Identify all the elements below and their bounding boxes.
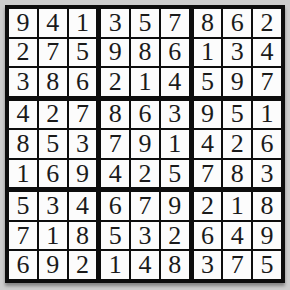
cell-r9c4[interactable]: 1 [101,251,129,279]
cell-r4c8[interactable]: 5 [223,101,251,129]
cell-r1c2[interactable]: 4 [39,9,67,37]
cell-r2c6[interactable]: 6 [161,39,189,67]
cell-r8c3[interactable]: 8 [69,222,97,250]
sudoku-board: 9412753863579862148621345974278531698637… [5,5,285,283]
cell-r7c5[interactable]: 7 [131,192,159,220]
cell-r6c3[interactable]: 9 [69,160,97,188]
cell-r5c2[interactable]: 5 [39,130,67,158]
cell-r5c7[interactable]: 4 [194,130,222,158]
cell-r7c2[interactable]: 3 [39,192,67,220]
cell-r5c1[interactable]: 8 [9,130,37,158]
cell-r5c6[interactable]: 1 [161,130,189,158]
cell-r8c9[interactable]: 9 [253,222,281,250]
cell-r3c1[interactable]: 3 [9,68,37,96]
cell-r6c2[interactable]: 6 [39,160,67,188]
cell-r3c3[interactable]: 6 [69,68,97,96]
cell-r2c3[interactable]: 5 [69,39,97,67]
box-3-3: 218649375 [194,192,281,279]
cell-r8c2[interactable]: 1 [39,222,67,250]
cell-r9c5[interactable]: 4 [131,251,159,279]
cell-r3c5[interactable]: 1 [131,68,159,96]
cell-r9c7[interactable]: 3 [194,251,222,279]
cell-r2c7[interactable]: 1 [194,39,222,67]
cell-r9c2[interactable]: 9 [39,251,67,279]
box-3-2: 679532148 [101,192,188,279]
cell-r8c8[interactable]: 4 [223,222,251,250]
cell-r6c6[interactable]: 5 [161,160,189,188]
cell-r4c3[interactable]: 7 [69,101,97,129]
cell-r8c1[interactable]: 7 [9,222,37,250]
box-1-2: 357986214 [101,9,188,96]
cell-r1c5[interactable]: 5 [131,9,159,37]
box-2-3: 951426783 [194,101,281,188]
box-1-3: 862134597 [194,9,281,96]
cell-r3c8[interactable]: 9 [223,68,251,96]
cell-r8c4[interactable]: 5 [101,222,129,250]
cell-r5c3[interactable]: 3 [69,130,97,158]
cell-r4c9[interactable]: 1 [253,101,281,129]
cell-r5c8[interactable]: 2 [223,130,251,158]
cell-r1c9[interactable]: 2 [253,9,281,37]
cell-r5c4[interactable]: 7 [101,130,129,158]
cell-r4c6[interactable]: 3 [161,101,189,129]
cell-r5c5[interactable]: 9 [131,130,159,158]
cell-r2c9[interactable]: 4 [253,39,281,67]
cell-r6c5[interactable]: 2 [131,160,159,188]
cell-r7c4[interactable]: 6 [101,192,129,220]
cell-r4c4[interactable]: 8 [101,101,129,129]
box-2-1: 427853169 [9,101,96,188]
cell-r1c1[interactable]: 9 [9,9,37,37]
cell-r7c7[interactable]: 2 [194,192,222,220]
cell-r8c5[interactable]: 3 [131,222,159,250]
cell-r4c7[interactable]: 9 [194,101,222,129]
cell-r6c9[interactable]: 3 [253,160,281,188]
cell-r9c9[interactable]: 5 [253,251,281,279]
cell-r7c9[interactable]: 8 [253,192,281,220]
cell-r7c6[interactable]: 9 [161,192,189,220]
cell-r5c9[interactable]: 6 [253,130,281,158]
cell-r2c4[interactable]: 9 [101,39,129,67]
cell-r3c4[interactable]: 2 [101,68,129,96]
cell-r3c9[interactable]: 7 [253,68,281,96]
cell-r8c7[interactable]: 6 [194,222,222,250]
cell-r9c8[interactable]: 7 [223,251,251,279]
cell-r9c1[interactable]: 6 [9,251,37,279]
cell-r6c1[interactable]: 1 [9,160,37,188]
page-background: 9412753863579862148621345974278531698637… [0,0,290,290]
cell-r3c2[interactable]: 8 [39,68,67,96]
cell-r4c1[interactable]: 4 [9,101,37,129]
cell-r2c8[interactable]: 3 [223,39,251,67]
cell-r4c5[interactable]: 6 [131,101,159,129]
cell-r9c6[interactable]: 8 [161,251,189,279]
cell-r3c6[interactable]: 4 [161,68,189,96]
cell-r7c3[interactable]: 4 [69,192,97,220]
cell-r6c8[interactable]: 8 [223,160,251,188]
cell-r3c7[interactable]: 5 [194,68,222,96]
cell-r6c4[interactable]: 4 [101,160,129,188]
cell-r2c5[interactable]: 8 [131,39,159,67]
cell-r8c6[interactable]: 2 [161,222,189,250]
box-2-2: 863791425 [101,101,188,188]
cell-r6c7[interactable]: 7 [194,160,222,188]
box-1-1: 941275386 [9,9,96,96]
cell-r7c1[interactable]: 5 [9,192,37,220]
cell-r1c7[interactable]: 8 [194,9,222,37]
cell-r1c8[interactable]: 6 [223,9,251,37]
cell-r9c3[interactable]: 2 [69,251,97,279]
cell-r7c8[interactable]: 1 [223,192,251,220]
box-3-1: 534718692 [9,192,96,279]
cell-r2c1[interactable]: 2 [9,39,37,67]
cell-r1c6[interactable]: 7 [161,9,189,37]
cell-r4c2[interactable]: 2 [39,101,67,129]
cell-r1c4[interactable]: 3 [101,9,129,37]
cell-r1c3[interactable]: 1 [69,9,97,37]
cell-r2c2[interactable]: 7 [39,39,67,67]
